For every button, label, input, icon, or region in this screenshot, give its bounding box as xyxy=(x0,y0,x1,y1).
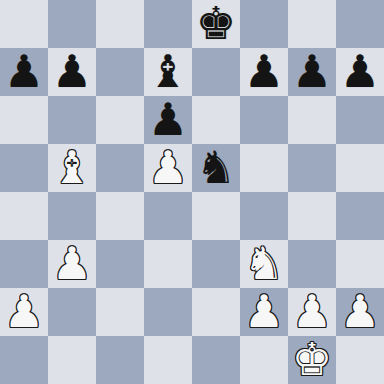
piece-white-bishop[interactable]: ♝ xyxy=(52,144,92,192)
square-h6[interactable] xyxy=(336,96,384,144)
square-e8[interactable]: ♚ xyxy=(192,0,240,48)
square-c5[interactable] xyxy=(96,144,144,192)
square-a7[interactable]: ♟ xyxy=(0,48,48,96)
piece-black-knight[interactable]: ♞ xyxy=(196,144,236,192)
square-c1[interactable] xyxy=(96,336,144,384)
piece-black-pawn[interactable]: ♟ xyxy=(52,48,92,96)
square-g5[interactable] xyxy=(288,144,336,192)
square-f1[interactable] xyxy=(240,336,288,384)
square-c8[interactable] xyxy=(96,0,144,48)
piece-white-pawn[interactable]: ♟ xyxy=(4,288,44,336)
square-b2[interactable] xyxy=(48,288,96,336)
square-h4[interactable] xyxy=(336,192,384,240)
square-c7[interactable] xyxy=(96,48,144,96)
piece-black-pawn[interactable]: ♟ xyxy=(244,48,284,96)
square-d1[interactable] xyxy=(144,336,192,384)
piece-white-knight[interactable]: ♞ xyxy=(244,240,284,288)
piece-black-bishop[interactable]: ♝ xyxy=(148,48,188,96)
square-b3[interactable]: ♟ xyxy=(48,240,96,288)
square-d6[interactable]: ♟ xyxy=(144,96,192,144)
square-h3[interactable] xyxy=(336,240,384,288)
square-f5[interactable] xyxy=(240,144,288,192)
square-f8[interactable] xyxy=(240,0,288,48)
square-b6[interactable] xyxy=(48,96,96,144)
square-e6[interactable] xyxy=(192,96,240,144)
square-b1[interactable] xyxy=(48,336,96,384)
square-d3[interactable] xyxy=(144,240,192,288)
square-g7[interactable]: ♟ xyxy=(288,48,336,96)
square-g2[interactable]: ♟ xyxy=(288,288,336,336)
square-c4[interactable] xyxy=(96,192,144,240)
piece-black-pawn[interactable]: ♟ xyxy=(148,96,188,144)
piece-black-pawn[interactable]: ♟ xyxy=(4,48,44,96)
square-e5[interactable]: ♞ xyxy=(192,144,240,192)
square-a1[interactable] xyxy=(0,336,48,384)
square-a8[interactable] xyxy=(0,0,48,48)
square-h2[interactable]: ♟ xyxy=(336,288,384,336)
square-f7[interactable]: ♟ xyxy=(240,48,288,96)
square-g3[interactable] xyxy=(288,240,336,288)
piece-white-pawn[interactable]: ♟ xyxy=(244,288,284,336)
square-g6[interactable] xyxy=(288,96,336,144)
square-a4[interactable] xyxy=(0,192,48,240)
square-e1[interactable] xyxy=(192,336,240,384)
square-f2[interactable]: ♟ xyxy=(240,288,288,336)
square-a5[interactable] xyxy=(0,144,48,192)
square-f4[interactable] xyxy=(240,192,288,240)
square-e4[interactable] xyxy=(192,192,240,240)
square-c2[interactable] xyxy=(96,288,144,336)
piece-white-pawn[interactable]: ♟ xyxy=(52,240,92,288)
piece-black-pawn[interactable]: ♟ xyxy=(340,48,380,96)
square-g8[interactable] xyxy=(288,0,336,48)
piece-black-king[interactable]: ♚ xyxy=(196,0,236,48)
square-g1[interactable]: ♚ xyxy=(288,336,336,384)
square-e7[interactable] xyxy=(192,48,240,96)
square-f6[interactable] xyxy=(240,96,288,144)
square-h8[interactable] xyxy=(336,0,384,48)
square-d8[interactable] xyxy=(144,0,192,48)
square-a3[interactable] xyxy=(0,240,48,288)
square-a6[interactable] xyxy=(0,96,48,144)
square-h1[interactable] xyxy=(336,336,384,384)
square-b4[interactable] xyxy=(48,192,96,240)
square-c3[interactable] xyxy=(96,240,144,288)
square-g4[interactable] xyxy=(288,192,336,240)
square-c6[interactable] xyxy=(96,96,144,144)
square-e2[interactable] xyxy=(192,288,240,336)
square-d7[interactable]: ♝ xyxy=(144,48,192,96)
square-a2[interactable]: ♟ xyxy=(0,288,48,336)
square-f3[interactable]: ♞ xyxy=(240,240,288,288)
square-h5[interactable] xyxy=(336,144,384,192)
piece-white-king[interactable]: ♚ xyxy=(292,336,332,384)
square-d5[interactable]: ♟ xyxy=(144,144,192,192)
chess-board: ♚♟♟♝♟♟♟♟♝♟♞♟♞♟♟♟♟♚ xyxy=(0,0,384,384)
square-b7[interactable]: ♟ xyxy=(48,48,96,96)
square-d4[interactable] xyxy=(144,192,192,240)
square-b8[interactable] xyxy=(48,0,96,48)
piece-white-pawn[interactable]: ♟ xyxy=(340,288,380,336)
square-h7[interactable]: ♟ xyxy=(336,48,384,96)
piece-white-pawn[interactable]: ♟ xyxy=(148,144,188,192)
square-b5[interactable]: ♝ xyxy=(48,144,96,192)
piece-white-pawn[interactable]: ♟ xyxy=(292,288,332,336)
square-e3[interactable] xyxy=(192,240,240,288)
piece-black-pawn[interactable]: ♟ xyxy=(292,48,332,96)
square-d2[interactable] xyxy=(144,288,192,336)
